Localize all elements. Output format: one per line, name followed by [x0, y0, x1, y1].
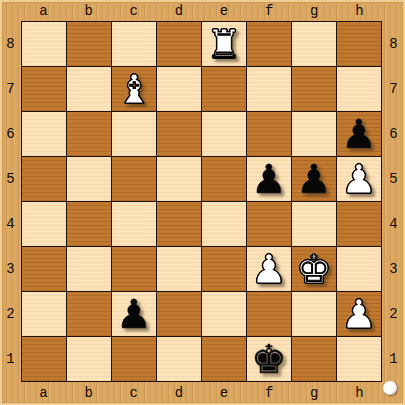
square-e5[interactable] [202, 157, 246, 201]
chess-board-window: abcdefgh 87654321 ♜♝♟♟♟♟♟♚♟♟♚ 87654321 a… [0, 0, 405, 405]
coordinate-label-3: 3 [0, 247, 21, 292]
square-h3[interactable] [337, 247, 381, 291]
coordinate-label-b: b [66, 0, 111, 21]
square-b8[interactable] [67, 22, 111, 66]
square-b4[interactable] [67, 202, 111, 246]
square-b6[interactable] [67, 112, 111, 156]
coordinate-label-5: 5 [382, 156, 405, 201]
file-labels-top: abcdefgh [21, 0, 382, 21]
square-h1[interactable] [337, 337, 381, 381]
square-b2[interactable] [67, 292, 111, 336]
square-e6[interactable] [202, 112, 246, 156]
piece-white-king[interactable]: ♚ [296, 247, 332, 291]
square-d6[interactable] [157, 112, 201, 156]
square-e1[interactable] [202, 337, 246, 381]
piece-black-pawn[interactable]: ♟ [251, 157, 287, 201]
square-c3[interactable] [112, 247, 156, 291]
piece-black-pawn[interactable]: ♟ [116, 292, 152, 336]
coordinate-label-a: a [21, 0, 66, 21]
square-h7[interactable] [337, 67, 381, 111]
piece-white-rook[interactable]: ♜ [206, 22, 242, 66]
square-e3[interactable] [202, 247, 246, 291]
square-d2[interactable] [157, 292, 201, 336]
square-a6[interactable] [22, 112, 66, 156]
coordinate-label-8: 8 [0, 21, 21, 66]
square-g5[interactable]: ♟ [292, 157, 336, 201]
coordinate-label-a: a [21, 381, 66, 405]
coordinate-label-4: 4 [0, 202, 21, 247]
square-d8[interactable] [157, 22, 201, 66]
square-g8[interactable] [292, 22, 336, 66]
square-a1[interactable] [22, 337, 66, 381]
square-f6[interactable] [247, 112, 291, 156]
square-d1[interactable] [157, 337, 201, 381]
square-b7[interactable] [67, 67, 111, 111]
square-b5[interactable] [67, 157, 111, 201]
coordinate-label-e: e [202, 0, 247, 21]
coordinate-label-h: h [337, 381, 382, 405]
square-f3[interactable]: ♟ [247, 247, 291, 291]
coordinate-label-7: 7 [382, 66, 405, 111]
square-e7[interactable] [202, 67, 246, 111]
coordinate-label-2: 2 [0, 292, 21, 337]
square-a4[interactable] [22, 202, 66, 246]
square-g3[interactable]: ♚ [292, 247, 336, 291]
square-e4[interactable] [202, 202, 246, 246]
square-f5[interactable]: ♟ [247, 157, 291, 201]
square-c4[interactable] [112, 202, 156, 246]
coordinate-label-6: 6 [0, 111, 21, 156]
coordinate-label-1: 1 [382, 337, 405, 382]
piece-white-pawn[interactable]: ♟ [341, 292, 377, 336]
white-to-move-indicator [383, 381, 397, 395]
square-c1[interactable] [112, 337, 156, 381]
piece-black-king[interactable]: ♚ [251, 337, 287, 381]
coordinate-label-8: 8 [382, 21, 405, 66]
square-e8[interactable]: ♜ [202, 22, 246, 66]
rank-labels-right: 87654321 [382, 21, 405, 382]
square-c7[interactable]: ♝ [112, 67, 156, 111]
square-h4[interactable] [337, 202, 381, 246]
square-a3[interactable] [22, 247, 66, 291]
coordinate-label-3: 3 [382, 247, 405, 292]
square-f2[interactable] [247, 292, 291, 336]
square-f4[interactable] [247, 202, 291, 246]
coordinate-label-f: f [247, 0, 292, 21]
square-c6[interactable] [112, 112, 156, 156]
square-h2[interactable]: ♟ [337, 292, 381, 336]
coordinate-label-f: f [247, 381, 292, 405]
square-h6[interactable]: ♟ [337, 112, 381, 156]
rank-labels-left: 87654321 [0, 21, 21, 382]
square-c2[interactable]: ♟ [112, 292, 156, 336]
square-f7[interactable] [247, 67, 291, 111]
square-a2[interactable] [22, 292, 66, 336]
square-b1[interactable] [67, 337, 111, 381]
square-d3[interactable] [157, 247, 201, 291]
coordinate-label-1: 1 [0, 337, 21, 382]
square-d4[interactable] [157, 202, 201, 246]
file-labels-bottom: abcdefgh [21, 381, 382, 405]
square-a5[interactable] [22, 157, 66, 201]
coordinate-label-c: c [111, 0, 156, 21]
square-a7[interactable] [22, 67, 66, 111]
square-f8[interactable] [247, 22, 291, 66]
piece-white-pawn[interactable]: ♟ [341, 157, 377, 201]
coordinate-label-6: 6 [382, 111, 405, 156]
square-e2[interactable] [202, 292, 246, 336]
square-a8[interactable] [22, 22, 66, 66]
square-d5[interactable] [157, 157, 201, 201]
coordinate-label-e: e [202, 381, 247, 405]
square-g2[interactable] [292, 292, 336, 336]
coordinate-label-c: c [111, 381, 156, 405]
coordinate-label-d: d [156, 0, 201, 21]
coordinate-label-2: 2 [382, 292, 405, 337]
square-c5[interactable] [112, 157, 156, 201]
square-h8[interactable] [337, 22, 381, 66]
square-d7[interactable] [157, 67, 201, 111]
coordinate-label-4: 4 [382, 202, 405, 247]
piece-black-pawn[interactable]: ♟ [296, 157, 332, 201]
square-c8[interactable] [112, 22, 156, 66]
square-g1[interactable] [292, 337, 336, 381]
coordinate-label-g: g [292, 381, 337, 405]
square-g4[interactable] [292, 202, 336, 246]
coordinate-label-b: b [66, 381, 111, 405]
coordinate-label-g: g [292, 0, 337, 21]
coordinate-label-7: 7 [0, 66, 21, 111]
piece-white-bishop[interactable]: ♝ [116, 67, 152, 111]
chess-board: ♜♝♟♟♟♟♟♚♟♟♚ [21, 21, 382, 382]
square-g7[interactable] [292, 67, 336, 111]
coordinate-label-5: 5 [0, 156, 21, 201]
piece-black-pawn[interactable]: ♟ [341, 112, 377, 156]
square-f1[interactable]: ♚ [247, 337, 291, 381]
coordinate-label-d: d [156, 381, 201, 405]
square-b3[interactable] [67, 247, 111, 291]
square-g6[interactable] [292, 112, 336, 156]
coordinate-label-h: h [337, 0, 382, 21]
square-h5[interactable]: ♟ [337, 157, 381, 201]
piece-white-pawn[interactable]: ♟ [251, 247, 287, 291]
